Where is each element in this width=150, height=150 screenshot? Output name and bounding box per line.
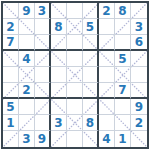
cell-r2c1[interactable]: 2 bbox=[3, 19, 19, 35]
cell-r9c5[interactable] bbox=[67, 131, 83, 147]
cell-r5c6[interactable] bbox=[83, 67, 99, 83]
cell-r1c3[interactable]: 3 bbox=[35, 3, 51, 19]
cell-r7c3[interactable] bbox=[35, 99, 51, 115]
cell-r5c9[interactable] bbox=[131, 67, 147, 83]
sudoku-board: 932828537645275913823941 bbox=[1, 1, 149, 149]
cell-r4c1[interactable] bbox=[3, 51, 19, 67]
cell-r3c2[interactable] bbox=[19, 35, 35, 51]
cell-r5c1[interactable] bbox=[3, 67, 19, 83]
cell-r2c8[interactable] bbox=[115, 19, 131, 35]
cell-r6c2[interactable]: 2 bbox=[19, 83, 35, 99]
cell-r4c3[interactable] bbox=[35, 51, 51, 67]
cell-r3c7[interactable] bbox=[99, 35, 115, 51]
cell-r1c6[interactable] bbox=[83, 3, 99, 19]
cell-r2c6[interactable]: 5 bbox=[83, 19, 99, 35]
cell-r9c2[interactable]: 3 bbox=[19, 131, 35, 147]
cell-r1c5[interactable] bbox=[67, 3, 83, 19]
cell-r4c9[interactable] bbox=[131, 51, 147, 67]
cell-r1c2[interactable]: 9 bbox=[19, 3, 35, 19]
cell-r8c5[interactable] bbox=[67, 115, 83, 131]
cell-r9c3[interactable]: 9 bbox=[35, 131, 51, 147]
cell-r6c6[interactable] bbox=[83, 83, 99, 99]
cell-r9c1[interactable] bbox=[3, 131, 19, 147]
cell-r4c4[interactable] bbox=[51, 51, 67, 67]
cell-r7c5[interactable] bbox=[67, 99, 83, 115]
cell-r1c4[interactable] bbox=[51, 3, 67, 19]
cell-r3c6[interactable] bbox=[83, 35, 99, 51]
cell-r3c8[interactable] bbox=[115, 35, 131, 51]
cell-r5c5[interactable] bbox=[67, 67, 83, 83]
cell-r2c7[interactable] bbox=[99, 19, 115, 35]
cell-r7c1[interactable]: 5 bbox=[3, 99, 19, 115]
cell-r8c7[interactable] bbox=[99, 115, 115, 131]
cell-r3c3[interactable] bbox=[35, 35, 51, 51]
cell-r6c5[interactable] bbox=[67, 83, 83, 99]
cell-r8c3[interactable] bbox=[35, 115, 51, 131]
cell-r9c4[interactable] bbox=[51, 131, 67, 147]
cell-r5c2[interactable] bbox=[19, 67, 35, 83]
cell-r8c8[interactable] bbox=[115, 115, 131, 131]
cell-r8c4[interactable]: 3 bbox=[51, 115, 67, 131]
cell-r6c4[interactable] bbox=[51, 83, 67, 99]
cell-r2c5[interactable] bbox=[67, 19, 83, 35]
cell-r7c4[interactable] bbox=[51, 99, 67, 115]
cell-r9c8[interactable]: 1 bbox=[115, 131, 131, 147]
cell-r8c9[interactable]: 2 bbox=[131, 115, 147, 131]
cell-r9c9[interactable] bbox=[131, 131, 147, 147]
cell-r8c6[interactable]: 8 bbox=[83, 115, 99, 131]
cell-r9c7[interactable]: 4 bbox=[99, 131, 115, 147]
cell-r2c2[interactable] bbox=[19, 19, 35, 35]
cell-r6c8[interactable]: 7 bbox=[115, 83, 131, 99]
cell-r4c6[interactable] bbox=[83, 51, 99, 67]
cell-r2c9[interactable]: 3 bbox=[131, 19, 147, 35]
cell-r5c7[interactable] bbox=[99, 67, 115, 83]
cell-r7c8[interactable] bbox=[115, 99, 131, 115]
cell-r6c7[interactable] bbox=[99, 83, 115, 99]
cell-r1c1[interactable] bbox=[3, 3, 19, 19]
cell-r2c4[interactable]: 8 bbox=[51, 19, 67, 35]
sudoku-page: 932828537645275913823941 bbox=[0, 0, 150, 150]
cell-r7c9[interactable]: 9 bbox=[131, 99, 147, 115]
cell-r8c1[interactable]: 1 bbox=[3, 115, 19, 131]
cell-r1c8[interactable]: 8 bbox=[115, 3, 131, 19]
cell-r5c4[interactable] bbox=[51, 67, 67, 83]
cell-r6c3[interactable] bbox=[35, 83, 51, 99]
cell-r4c7[interactable] bbox=[99, 51, 115, 67]
cell-r3c5[interactable] bbox=[67, 35, 83, 51]
cell-r5c3[interactable] bbox=[35, 67, 51, 83]
cell-r3c1[interactable]: 7 bbox=[3, 35, 19, 51]
cell-r9c6[interactable] bbox=[83, 131, 99, 147]
cell-r4c5[interactable] bbox=[67, 51, 83, 67]
cell-r4c2[interactable]: 4 bbox=[19, 51, 35, 67]
cell-r1c7[interactable]: 2 bbox=[99, 3, 115, 19]
cell-r7c7[interactable] bbox=[99, 99, 115, 115]
cell-r6c1[interactable] bbox=[3, 83, 19, 99]
cell-r8c2[interactable] bbox=[19, 115, 35, 131]
cell-r7c2[interactable] bbox=[19, 99, 35, 115]
cell-r1c9[interactable] bbox=[131, 3, 147, 19]
cell-r3c4[interactable] bbox=[51, 35, 67, 51]
cell-r4c8[interactable]: 5 bbox=[115, 51, 131, 67]
cell-r3c9[interactable]: 6 bbox=[131, 35, 147, 51]
cell-r7c6[interactable] bbox=[83, 99, 99, 115]
cell-r6c9[interactable] bbox=[131, 83, 147, 99]
cell-r5c8[interactable] bbox=[115, 67, 131, 83]
cell-r2c3[interactable] bbox=[35, 19, 51, 35]
